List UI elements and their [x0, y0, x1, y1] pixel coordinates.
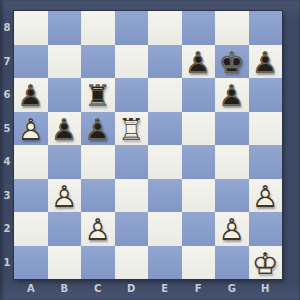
square-a2[interactable] — [14, 212, 48, 246]
black-pawn-b5: ♟ — [48, 112, 82, 146]
square-f1[interactable] — [182, 246, 216, 280]
square-e6[interactable] — [148, 78, 182, 112]
square-e2[interactable] — [148, 212, 182, 246]
white-rook-outline-icon: ♖ — [115, 112, 149, 146]
white-king-h1: ♚ — [249, 246, 283, 280]
black-pawn-outline-icon: ♙ — [182, 45, 216, 79]
square-f4[interactable] — [182, 145, 216, 179]
square-f7[interactable]: ♟♙ — [182, 45, 216, 79]
rank-label-4: 4 — [0, 145, 14, 179]
square-f3[interactable] — [182, 179, 216, 213]
black-pawn-outline-icon: ♙ — [81, 112, 115, 146]
square-g3[interactable] — [215, 179, 249, 213]
black-pawn-g6: ♟ — [215, 78, 249, 112]
white-pawn-outline-icon: ♙ — [81, 212, 115, 246]
file-label-h: H — [249, 279, 283, 300]
square-b6[interactable] — [48, 78, 82, 112]
file-label-c: C — [81, 279, 115, 300]
rank-label-6: 6 — [0, 78, 14, 112]
black-king-outline-icon: ♔ — [215, 45, 249, 79]
black-pawn-outline-icon: ♙ — [249, 45, 283, 79]
square-a6[interactable]: ♟♙ — [14, 78, 48, 112]
square-b1[interactable] — [48, 246, 82, 280]
square-e7[interactable] — [148, 45, 182, 79]
square-b4[interactable] — [48, 145, 82, 179]
square-d6[interactable] — [115, 78, 149, 112]
white-pawn-h3: ♟ — [249, 179, 283, 213]
file-label-b: B — [48, 279, 82, 300]
square-h8[interactable] — [249, 11, 283, 45]
square-d2[interactable] — [115, 212, 149, 246]
square-e3[interactable] — [148, 179, 182, 213]
file-label-d: D — [115, 279, 149, 300]
black-pawn-a6: ♟ — [14, 78, 48, 112]
square-d8[interactable] — [115, 11, 149, 45]
square-b3[interactable]: ♟♙ — [48, 179, 82, 213]
black-pawn-f7: ♟ — [182, 45, 216, 79]
square-a5[interactable]: ♟♙ — [14, 112, 48, 146]
square-h6[interactable] — [249, 78, 283, 112]
rank-label-7: 7 — [0, 45, 14, 79]
square-a8[interactable] — [14, 11, 48, 45]
square-f6[interactable] — [182, 78, 216, 112]
square-h7[interactable]: ♟♙ — [249, 45, 283, 79]
file-labels: ABCDEFGH — [14, 279, 282, 300]
square-c1[interactable] — [81, 246, 115, 280]
black-rook-outline-icon: ♖ — [81, 78, 115, 112]
square-c7[interactable] — [81, 45, 115, 79]
square-c5[interactable]: ♟♙ — [81, 112, 115, 146]
square-d4[interactable] — [115, 145, 149, 179]
white-pawn-outline-icon: ♙ — [249, 179, 283, 213]
square-d5[interactable]: ♜♖ — [115, 112, 149, 146]
white-pawn-outline-icon: ♙ — [14, 112, 48, 146]
square-e8[interactable] — [148, 11, 182, 45]
rank-label-1: 1 — [0, 246, 14, 280]
black-pawn-outline-icon: ♙ — [48, 112, 82, 146]
square-h1[interactable]: ♚♔ — [249, 246, 283, 280]
square-b2[interactable] — [48, 212, 82, 246]
file-label-e: E — [148, 279, 182, 300]
square-h5[interactable] — [249, 112, 283, 146]
square-g6[interactable]: ♟♙ — [215, 78, 249, 112]
square-c8[interactable] — [81, 11, 115, 45]
rank-label-8: 8 — [0, 11, 14, 45]
square-g4[interactable] — [215, 145, 249, 179]
black-pawn-outline-icon: ♙ — [14, 78, 48, 112]
square-h4[interactable] — [249, 145, 283, 179]
chess-board-frame: 87654321 ♟♙♚♔♟♙♟♙♜♖♟♙♟♙♟♙♟♙♜♖♟♙♟♙♟♙♟♙♚♔ … — [0, 0, 300, 300]
file-label-a: A — [14, 279, 48, 300]
square-f2[interactable] — [182, 212, 216, 246]
white-pawn-outline-icon: ♙ — [215, 212, 249, 246]
square-e5[interactable] — [148, 112, 182, 146]
black-rook-c6: ♜ — [81, 78, 115, 112]
square-a3[interactable] — [14, 179, 48, 213]
white-pawn-b3: ♟ — [48, 179, 82, 213]
square-c4[interactable] — [81, 145, 115, 179]
white-pawn-a5: ♟ — [14, 112, 48, 146]
white-pawn-outline-icon: ♙ — [48, 179, 82, 213]
white-rook-d5: ♜ — [115, 112, 149, 146]
square-h3[interactable]: ♟♙ — [249, 179, 283, 213]
square-e1[interactable] — [148, 246, 182, 280]
square-a7[interactable] — [14, 45, 48, 79]
white-king-outline-icon: ♔ — [249, 246, 283, 280]
square-b5[interactable]: ♟♙ — [48, 112, 82, 146]
square-f5[interactable] — [182, 112, 216, 146]
rank-labels: 87654321 — [0, 11, 14, 279]
square-g7[interactable]: ♚♔ — [215, 45, 249, 79]
rank-label-2: 2 — [0, 212, 14, 246]
square-f8[interactable] — [182, 11, 216, 45]
file-label-f: F — [182, 279, 216, 300]
square-b7[interactable] — [48, 45, 82, 79]
square-g2[interactable]: ♟♙ — [215, 212, 249, 246]
square-d7[interactable] — [115, 45, 149, 79]
square-a1[interactable] — [14, 246, 48, 280]
square-d3[interactable] — [115, 179, 149, 213]
square-g8[interactable] — [215, 11, 249, 45]
square-b8[interactable] — [48, 11, 82, 45]
square-c3[interactable] — [81, 179, 115, 213]
square-c6[interactable]: ♜♖ — [81, 78, 115, 112]
square-g5[interactable] — [215, 112, 249, 146]
square-a4[interactable] — [14, 145, 48, 179]
black-pawn-c5: ♟ — [81, 112, 115, 146]
square-g1[interactable] — [215, 246, 249, 280]
black-pawn-outline-icon: ♙ — [215, 78, 249, 112]
square-c2[interactable]: ♟♙ — [81, 212, 115, 246]
file-label-g: G — [215, 279, 249, 300]
chess-board[interactable]: ♟♙♚♔♟♙♟♙♜♖♟♙♟♙♟♙♟♙♜♖♟♙♟♙♟♙♟♙♚♔ — [14, 11, 282, 279]
square-d1[interactable] — [115, 246, 149, 280]
rank-label-3: 3 — [0, 179, 14, 213]
black-pawn-h7: ♟ — [249, 45, 283, 79]
white-pawn-g2: ♟ — [215, 212, 249, 246]
white-pawn-c2: ♟ — [81, 212, 115, 246]
black-king-g7: ♚ — [215, 45, 249, 79]
square-e4[interactable] — [148, 145, 182, 179]
square-h2[interactable] — [249, 212, 283, 246]
rank-label-5: 5 — [0, 112, 14, 146]
